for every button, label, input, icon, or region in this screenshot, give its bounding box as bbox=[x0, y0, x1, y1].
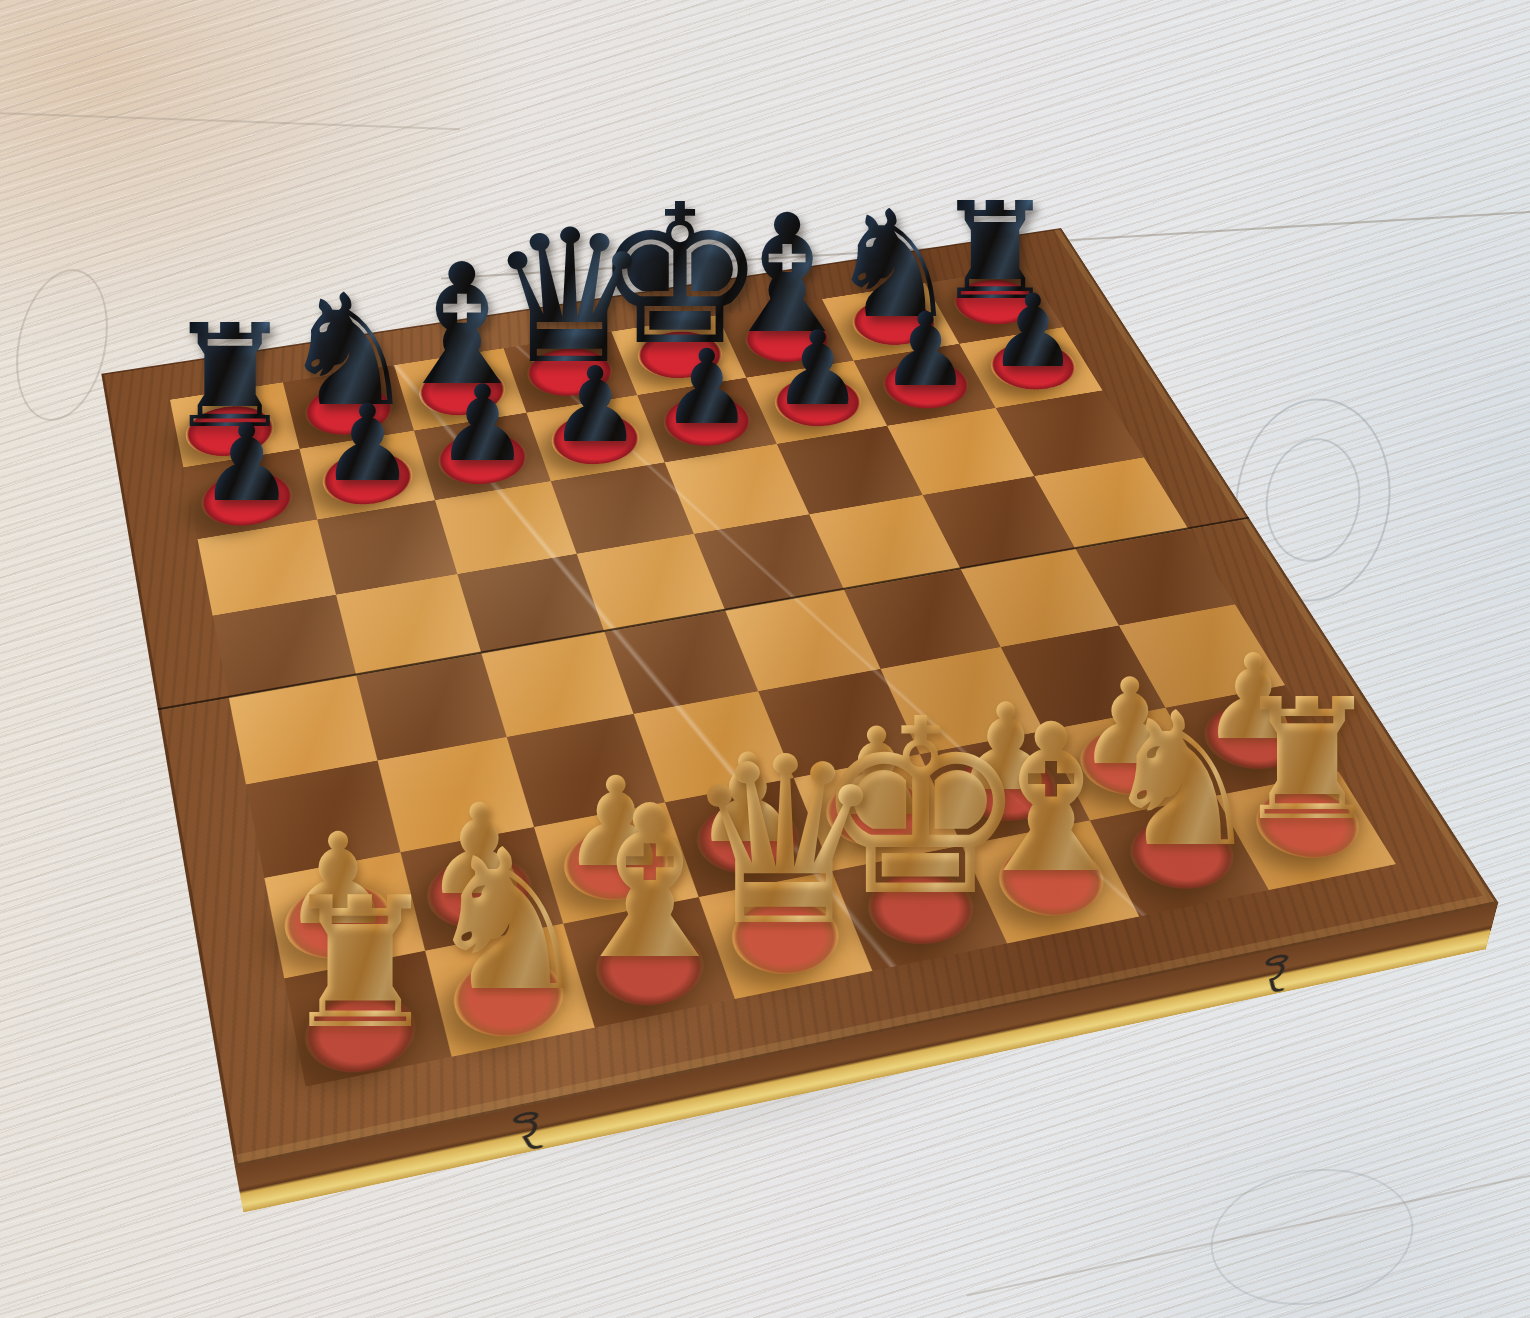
square-a4[interactable] bbox=[229, 675, 378, 785]
square-a5[interactable] bbox=[213, 595, 356, 698]
square-c4[interactable] bbox=[481, 631, 633, 737]
piece-black-pawn-h7[interactable]: ♟ bbox=[988, 283, 1078, 384]
piece-black-pawn-c7[interactable]: ♟ bbox=[435, 372, 529, 477]
square-d4[interactable] bbox=[604, 610, 758, 714]
piece-black-pawn-e7[interactable]: ♟ bbox=[660, 335, 753, 438]
piece-white-rook-a1[interactable]: ♜ bbox=[279, 874, 441, 1055]
piece-black-pawn-a7[interactable]: ♟ bbox=[199, 411, 295, 518]
square-h4[interactable] bbox=[1075, 529, 1235, 626]
piece-black-pawn-b7[interactable]: ♟ bbox=[320, 391, 415, 497]
piece-white-knight-b1[interactable]: ♞ bbox=[421, 824, 595, 1019]
piece-black-pawn-g7[interactable]: ♟ bbox=[880, 300, 971, 402]
latch-hook-icon[interactable] bbox=[1257, 951, 1296, 997]
piece-black-pawn-d7[interactable]: ♟ bbox=[549, 353, 642, 457]
piece-black-pawn-f7[interactable]: ♟ bbox=[772, 317, 864, 419]
latch-hook-icon[interactable] bbox=[509, 1108, 547, 1155]
square-b4[interactable] bbox=[356, 653, 507, 761]
